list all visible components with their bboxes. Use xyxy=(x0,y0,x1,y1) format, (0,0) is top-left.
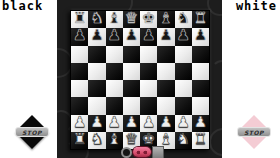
white-pawn: ♟ xyxy=(142,115,155,130)
black-pawn: ♟ xyxy=(176,28,189,43)
white-player-label: white xyxy=(236,0,277,12)
square-b6[interactable] xyxy=(88,46,105,63)
square-g7[interactable]: ♟ xyxy=(175,28,192,45)
black-pawn: ♟ xyxy=(194,28,207,43)
square-d7[interactable]: ♟ xyxy=(123,28,140,45)
square-g5[interactable] xyxy=(175,63,192,80)
white-rook: ♜ xyxy=(73,132,86,147)
square-h1[interactable]: ♜ xyxy=(192,132,209,149)
white-stop-button[interactable]: STOP xyxy=(236,114,272,150)
white-pawn: ♟ xyxy=(73,115,86,130)
square-a5[interactable] xyxy=(71,63,88,80)
square-c4[interactable] xyxy=(106,80,123,97)
black-bishop: ♝ xyxy=(159,11,172,26)
white-knight: ♞ xyxy=(90,132,103,147)
square-c5[interactable] xyxy=(106,63,123,80)
stop-label: STOP xyxy=(15,127,49,137)
white-rook: ♜ xyxy=(194,132,207,147)
square-b4[interactable] xyxy=(88,80,105,97)
black-bishop: ♝ xyxy=(107,11,120,26)
square-b5[interactable] xyxy=(88,63,105,80)
square-e5[interactable] xyxy=(140,63,157,80)
square-b7[interactable]: ♟ xyxy=(88,28,105,45)
square-g4[interactable] xyxy=(175,80,192,97)
white-pawn: ♟ xyxy=(159,115,172,130)
white-pawn: ♟ xyxy=(107,115,120,130)
swirl-decoration xyxy=(211,60,222,82)
black-pawn: ♟ xyxy=(159,28,172,43)
square-a1[interactable]: ♜ xyxy=(71,132,88,149)
square-g1[interactable]: ♞ xyxy=(175,132,192,149)
white-pawn: ♟ xyxy=(176,115,189,130)
white-pawn: ♟ xyxy=(90,115,103,130)
square-b1[interactable]: ♞ xyxy=(88,132,105,149)
swirl-decoration xyxy=(209,128,222,156)
black-rook: ♜ xyxy=(73,11,86,26)
black-pawn: ♟ xyxy=(142,28,155,43)
square-f4[interactable] xyxy=(157,80,174,97)
black-knight: ♞ xyxy=(90,11,103,26)
square-e7[interactable]: ♟ xyxy=(140,28,157,45)
square-h4[interactable] xyxy=(192,80,209,97)
square-c7[interactable]: ♟ xyxy=(106,28,123,45)
black-pawn: ♟ xyxy=(107,28,120,43)
gray-square-icon[interactable] xyxy=(152,146,164,158)
black-pawn: ♟ xyxy=(125,28,138,43)
square-a6[interactable] xyxy=(71,46,88,63)
white-queen: ♛ xyxy=(125,132,138,147)
square-a4[interactable] xyxy=(71,80,88,97)
square-e6[interactable] xyxy=(140,46,157,63)
chess-game-window: black white ♜♞♝♛♚♝♞♜♟♟♟♟♟♟♟♟♟♟♟♟♟♟♟♟♜♞♝♛… xyxy=(0,0,280,158)
black-stop-button[interactable]: STOP xyxy=(14,114,50,150)
square-d6[interactable] xyxy=(123,46,140,63)
stop-label: STOP xyxy=(237,127,271,137)
black-player-label: black xyxy=(2,0,43,12)
round-token-icon[interactable] xyxy=(121,147,132,158)
white-pawn: ♟ xyxy=(125,115,138,130)
black-pawn: ♟ xyxy=(73,28,86,43)
square-d4[interactable] xyxy=(123,80,140,97)
black-queen: ♛ xyxy=(125,11,138,26)
square-f5[interactable] xyxy=(157,63,174,80)
black-rook: ♜ xyxy=(194,11,207,26)
square-e4[interactable] xyxy=(140,80,157,97)
black-pawn: ♟ xyxy=(90,28,103,43)
white-pawn: ♟ xyxy=(194,115,207,130)
white-bishop: ♝ xyxy=(107,132,120,147)
square-c6[interactable] xyxy=(106,46,123,63)
square-f6[interactable] xyxy=(157,46,174,63)
square-f7[interactable]: ♟ xyxy=(157,28,174,45)
pink-logo-icon[interactable] xyxy=(133,147,151,157)
black-knight: ♞ xyxy=(176,11,189,26)
white-bishop: ♝ xyxy=(159,132,172,147)
square-c1[interactable]: ♝ xyxy=(106,132,123,149)
chess-board: ♜♞♝♛♚♝♞♜♟♟♟♟♟♟♟♟♟♟♟♟♟♟♟♟♜♞♝♛♚♝♞♜ xyxy=(70,10,210,150)
square-g6[interactable] xyxy=(175,46,192,63)
square-h5[interactable] xyxy=(192,63,209,80)
square-a7[interactable]: ♟ xyxy=(71,28,88,45)
white-king: ♚ xyxy=(142,132,155,147)
square-d5[interactable] xyxy=(123,63,140,80)
square-h6[interactable] xyxy=(192,46,209,63)
square-h7[interactable]: ♟ xyxy=(192,28,209,45)
black-king: ♚ xyxy=(142,11,155,26)
white-knight: ♞ xyxy=(176,132,189,147)
